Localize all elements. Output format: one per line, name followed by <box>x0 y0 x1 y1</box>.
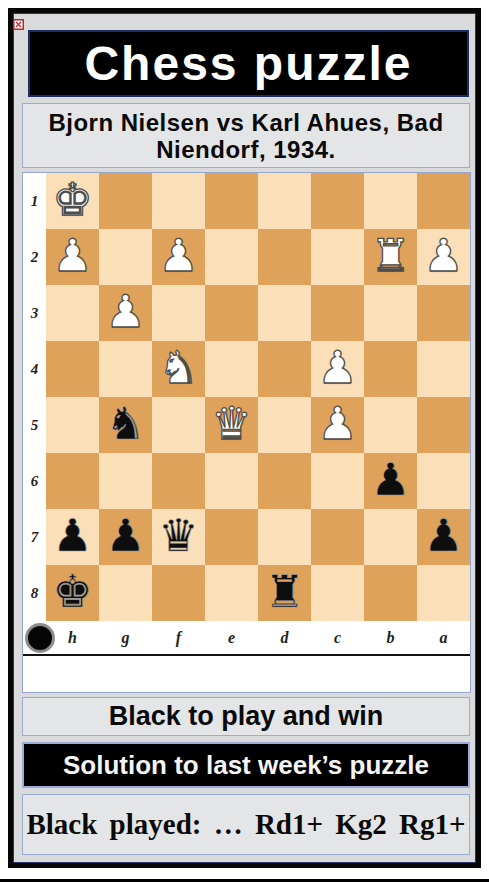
square-h6 <box>46 453 99 509</box>
solution-header-bar: Solution to last week’s puzzle <box>22 742 470 788</box>
square-c1 <box>311 173 364 229</box>
rank-label-3: 3 <box>23 285 46 341</box>
chess-board: 1♚2♟♟♜♟3♟4♞♟5♞♛♟6♟7♟♟♛♟8♚♜hgfedcba <box>22 172 471 693</box>
file-label-e: e <box>205 621 258 654</box>
square-b2: ♜ <box>364 229 417 285</box>
square-f8 <box>152 565 205 621</box>
rank-label-8: 8 <box>23 565 46 621</box>
square-d6 <box>258 453 311 509</box>
piece-black-pawn: ♟ <box>105 513 145 558</box>
square-b8 <box>364 565 417 621</box>
square-h1: ♚ <box>46 173 99 229</box>
square-f1 <box>152 173 205 229</box>
broken-image-icon <box>13 19 24 30</box>
square-b6: ♟ <box>364 453 417 509</box>
piece-white-pawn: ♟ <box>158 233 198 278</box>
black-to-move-circle <box>25 623 55 653</box>
square-b1 <box>364 173 417 229</box>
square-c5: ♟ <box>311 397 364 453</box>
caption-line-2: Niendorf, 1934. <box>156 136 336 163</box>
piece-black-pawn: ♟ <box>52 513 92 558</box>
file-label-c: c <box>311 621 364 654</box>
piece-black-rook: ♜ <box>264 569 304 614</box>
piece-black-knight: ♞ <box>105 401 145 446</box>
page-frame: Chess puzzle Bjorn Nielsen vs Karl Ahues… <box>8 8 481 868</box>
square-a8 <box>417 565 470 621</box>
square-f7: ♛ <box>152 509 205 565</box>
square-e4 <box>205 341 258 397</box>
file-label-a: a <box>417 621 470 654</box>
square-d1 <box>258 173 311 229</box>
solution-moves-text: Black played: … Rd1+ Kg2 Rg1+ <box>26 810 465 839</box>
caption-line-1: Bjorn Nielsen vs Karl Ahues, Bad <box>48 109 443 136</box>
square-h8: ♚ <box>46 565 99 621</box>
square-e3 <box>205 285 258 341</box>
caption-box: Bjorn Nielsen vs Karl Ahues, Bad Niendor… <box>22 103 470 168</box>
square-h4 <box>46 341 99 397</box>
square-a4 <box>417 341 470 397</box>
square-e5: ♛ <box>205 397 258 453</box>
piece-white-pawn: ♟ <box>423 233 463 278</box>
square-d8: ♜ <box>258 565 311 621</box>
square-c8 <box>311 565 364 621</box>
square-d2 <box>258 229 311 285</box>
to-move-indicator-cell <box>23 621 46 654</box>
square-d3 <box>258 285 311 341</box>
rank-label-4: 4 <box>23 341 46 397</box>
square-b3 <box>364 285 417 341</box>
board-grid: 1♚2♟♟♜♟3♟4♞♟5♞♛♟6♟7♟♟♛♟8♚♜hgfedcba <box>23 173 470 654</box>
square-c7 <box>311 509 364 565</box>
square-h7: ♟ <box>46 509 99 565</box>
square-g2 <box>99 229 152 285</box>
piece-white-king: ♚ <box>52 177 92 222</box>
square-a2: ♟ <box>417 229 470 285</box>
piece-black-pawn: ♟ <box>370 457 410 502</box>
piece-white-pawn: ♟ <box>317 401 357 446</box>
square-e6 <box>205 453 258 509</box>
square-f5 <box>152 397 205 453</box>
square-g3: ♟ <box>99 285 152 341</box>
square-b5 <box>364 397 417 453</box>
piece-white-pawn: ♟ <box>52 233 92 278</box>
piece-white-pawn: ♟ <box>317 345 357 390</box>
square-g8 <box>99 565 152 621</box>
square-a7: ♟ <box>417 509 470 565</box>
rank-label-5: 5 <box>23 397 46 453</box>
solution-header-text: Solution to last week’s puzzle <box>63 752 429 778</box>
page-title: Chess puzzle <box>84 40 412 88</box>
square-d4 <box>258 341 311 397</box>
piece-black-pawn: ♟ <box>423 513 463 558</box>
square-d7 <box>258 509 311 565</box>
rank-label-7: 7 <box>23 509 46 565</box>
prompt-text: Black to play and win <box>109 703 384 730</box>
square-g1 <box>99 173 152 229</box>
file-label-g: g <box>99 621 152 654</box>
file-label-f: f <box>152 621 205 654</box>
piece-white-queen: ♛ <box>211 401 251 446</box>
board-footer-blank <box>23 656 470 692</box>
header-bar: Chess puzzle <box>28 30 469 97</box>
square-b4 <box>364 341 417 397</box>
rank-label-1: 1 <box>23 173 46 229</box>
file-label-d: d <box>258 621 311 654</box>
prompt-box: Black to play and win <box>22 697 470 736</box>
piece-white-knight: ♞ <box>158 345 198 390</box>
piece-white-rook: ♜ <box>370 233 410 278</box>
square-g7: ♟ <box>99 509 152 565</box>
square-a5 <box>417 397 470 453</box>
square-c3 <box>311 285 364 341</box>
rank-label-6: 6 <box>23 453 46 509</box>
square-c4: ♟ <box>311 341 364 397</box>
square-g4 <box>99 341 152 397</box>
square-a3 <box>417 285 470 341</box>
file-label-b: b <box>364 621 417 654</box>
square-c6 <box>311 453 364 509</box>
piece-black-king: ♚ <box>52 569 92 614</box>
square-f6 <box>152 453 205 509</box>
square-g6 <box>99 453 152 509</box>
square-b7 <box>364 509 417 565</box>
square-g5: ♞ <box>99 397 152 453</box>
square-e8 <box>205 565 258 621</box>
square-h3 <box>46 285 99 341</box>
piece-black-queen: ♛ <box>158 513 198 558</box>
square-d5 <box>258 397 311 453</box>
square-e7 <box>205 509 258 565</box>
square-c2 <box>311 229 364 285</box>
square-h2: ♟ <box>46 229 99 285</box>
square-f4: ♞ <box>152 341 205 397</box>
square-a6 <box>417 453 470 509</box>
square-h5 <box>46 397 99 453</box>
square-e1 <box>205 173 258 229</box>
piece-white-pawn: ♟ <box>105 289 145 334</box>
square-f2: ♟ <box>152 229 205 285</box>
square-e2 <box>205 229 258 285</box>
solution-box: Black played: … Rd1+ Kg2 Rg1+ <box>22 794 470 855</box>
square-f3 <box>152 285 205 341</box>
rank-label-2: 2 <box>23 229 46 285</box>
square-a1 <box>417 173 470 229</box>
